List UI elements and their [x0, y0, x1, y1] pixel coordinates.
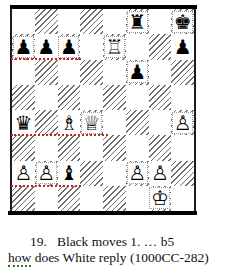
square-c3	[58, 135, 81, 160]
caption-line1: 19.Black moves 1. … b5	[8, 234, 233, 250]
chess-board: ♜♚♟♟♟♖♟♟♛♗♕♙♙♙♝♙♙♔	[10, 9, 196, 211]
square-b4	[35, 110, 58, 135]
square-f4	[126, 110, 149, 135]
square-d4: ♕	[80, 110, 103, 135]
square-d6	[80, 60, 103, 85]
square-g8	[149, 9, 172, 34]
spellcheck-underline-rank7	[11, 58, 81, 60]
square-e4	[103, 110, 126, 135]
square-a6	[12, 60, 35, 85]
square-d5	[80, 85, 103, 110]
problem-number: 19.	[30, 234, 47, 249]
square-g1: ♔	[149, 186, 172, 211]
square-f1	[126, 186, 149, 211]
piece-white-pawn: ♙	[127, 162, 148, 184]
square-b3	[35, 135, 58, 160]
square-c8	[58, 9, 81, 34]
piece-black-pawn: ♟	[172, 36, 193, 58]
square-b1	[35, 186, 58, 211]
piece-black-king: ♚	[172, 11, 193, 33]
square-d1	[80, 186, 103, 211]
square-e3	[103, 135, 126, 160]
document-page: ♜♚♟♟♟♖♟♟♛♗♕♙♙♙♝♙♙♔ 19.Black moves 1. … b…	[0, 0, 233, 275]
caption-line2-text: does White reply (1000CC-282)	[31, 250, 208, 265]
square-c1	[58, 186, 81, 211]
square-a8	[12, 9, 35, 34]
square-b2: ♙	[35, 161, 58, 186]
piece-black-queen: ♛	[13, 112, 34, 134]
square-f5	[126, 85, 149, 110]
piece-white-pawn: ♙	[172, 112, 193, 134]
square-f6: ♟	[126, 60, 149, 85]
piece-black-pawn: ♟	[127, 61, 148, 83]
square-g5	[149, 85, 172, 110]
square-a3	[12, 135, 35, 160]
spellcheck-underline-rank2	[11, 185, 81, 187]
square-a5	[12, 85, 35, 110]
caption-line1-text: Black moves 1. … b5	[57, 234, 174, 249]
piece-black-pawn: ♟	[58, 36, 79, 58]
square-f8: ♜	[126, 9, 149, 34]
square-c6	[58, 60, 81, 85]
square-c5	[58, 85, 81, 110]
piece-black-pawn: ♟	[13, 36, 34, 58]
square-a2: ♙	[12, 161, 35, 186]
board-bottom-border	[8, 211, 197, 215]
square-c4: ♗	[58, 110, 81, 135]
square-e1	[103, 186, 126, 211]
piece-black-pawn: ♟	[36, 36, 57, 58]
square-b6	[35, 60, 58, 85]
square-c2: ♝	[58, 161, 81, 186]
square-d2	[80, 161, 103, 186]
square-h6	[171, 60, 194, 85]
square-b5	[35, 85, 58, 110]
square-d8	[80, 9, 103, 34]
square-b7: ♟	[35, 34, 58, 59]
piece-white-pawn: ♙	[13, 162, 34, 184]
square-h3	[171, 135, 194, 160]
piece-black-bishop: ♝	[58, 162, 79, 184]
piece-white-king: ♔	[149, 187, 170, 209]
square-e5	[103, 85, 126, 110]
square-g6	[149, 60, 172, 85]
square-c7: ♟	[58, 34, 81, 59]
piece-white-queen: ♕	[81, 112, 102, 134]
caption: 19.Black moves 1. … b5 how does White re…	[8, 234, 233, 266]
piece-white-bishop: ♗	[58, 112, 79, 134]
caption-line2: how does White reply (1000CC-282)	[8, 250, 233, 266]
piece-white-pawn: ♙	[149, 162, 170, 184]
square-g7	[149, 34, 172, 59]
square-g3	[149, 135, 172, 160]
square-e8	[103, 9, 126, 34]
spellcheck-underline-rank4	[11, 134, 108, 136]
square-d7	[80, 34, 103, 59]
square-e7: ♖	[103, 34, 126, 59]
square-h1	[171, 186, 194, 211]
piece-white-rook: ♖	[104, 36, 125, 58]
piece-black-rook: ♜	[127, 11, 148, 33]
square-h2	[171, 161, 194, 186]
square-h8: ♚	[171, 9, 194, 34]
square-a1	[12, 186, 35, 211]
square-g2: ♙	[149, 161, 172, 186]
square-a4: ♛	[12, 110, 35, 135]
square-h5	[171, 85, 194, 110]
square-e6	[103, 60, 126, 85]
square-f3	[126, 135, 149, 160]
square-f7	[126, 34, 149, 59]
square-f2: ♙	[126, 161, 149, 186]
square-a7: ♟	[12, 34, 35, 59]
square-h7: ♟	[171, 34, 194, 59]
grammar-checked-word: how	[8, 250, 31, 267]
square-h4: ♙	[171, 110, 194, 135]
square-b8	[35, 9, 58, 34]
square-d3	[80, 135, 103, 160]
square-g4	[149, 110, 172, 135]
square-e2	[103, 161, 126, 186]
piece-white-pawn: ♙	[36, 162, 57, 184]
